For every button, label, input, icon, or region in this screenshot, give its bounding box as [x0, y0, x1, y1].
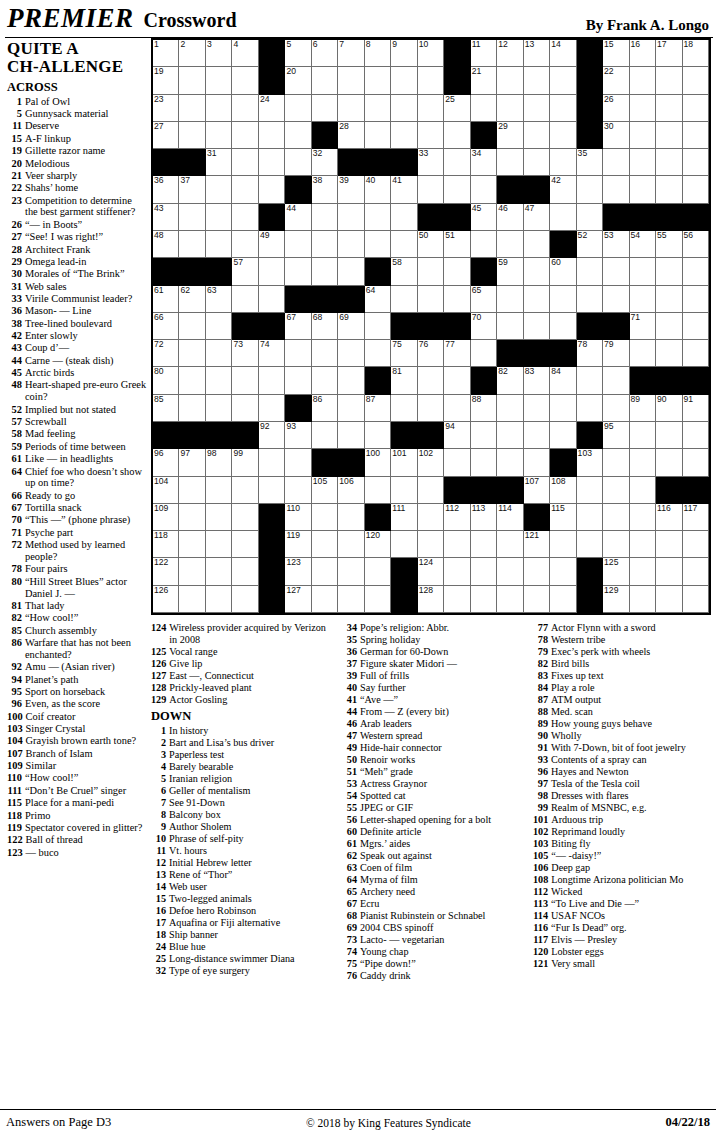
cell-r17c7[interactable]: 105	[312, 477, 338, 504]
cell-r14c10[interactable]	[391, 395, 417, 422]
cell-r5c17[interactable]: 35	[577, 149, 603, 176]
cell-r3c15[interactable]	[524, 95, 550, 122]
cell-r2c14[interactable]	[497, 67, 523, 94]
cell-r11c3[interactable]	[206, 313, 232, 340]
cell-r21c15[interactable]	[524, 586, 550, 613]
cell-r5c20[interactable]	[656, 149, 682, 176]
cell-r15c16[interactable]	[550, 422, 576, 449]
cell-r5c11[interactable]: 33	[418, 149, 444, 176]
cell-r11c6[interactable]: 67	[285, 313, 311, 340]
cell-r7c4[interactable]	[232, 204, 258, 231]
cell-r4c12[interactable]	[444, 122, 470, 149]
cell-r13c17[interactable]	[577, 367, 603, 394]
cell-r10c2[interactable]: 62	[179, 286, 205, 313]
cell-r5c5[interactable]	[259, 149, 285, 176]
cell-r6c21[interactable]	[683, 176, 709, 203]
cell-r18c6[interactable]: 110	[285, 504, 311, 531]
cell-r20c2[interactable]	[179, 558, 205, 585]
cell-r15c8[interactable]	[338, 422, 364, 449]
cell-r3c20[interactable]	[656, 95, 682, 122]
cell-r12c4[interactable]: 73	[232, 340, 258, 367]
cell-r21c18[interactable]: 129	[603, 586, 629, 613]
cell-r13c18[interactable]	[603, 367, 629, 394]
cell-r3c2[interactable]	[179, 95, 205, 122]
cell-r1c21[interactable]: 18	[683, 40, 709, 67]
cell-r18c18[interactable]	[603, 504, 629, 531]
cell-r21c13[interactable]	[471, 586, 497, 613]
cell-r9c21[interactable]	[683, 258, 709, 285]
cell-r3c1[interactable]: 23	[153, 95, 179, 122]
cell-r5c14[interactable]	[497, 149, 523, 176]
cell-r4c1[interactable]: 27	[153, 122, 179, 149]
cell-r15c18[interactable]: 95	[603, 422, 629, 449]
cell-r4c8[interactable]: 28	[338, 122, 364, 149]
cell-r19c20[interactable]	[656, 531, 682, 558]
cell-r7c17[interactable]	[577, 204, 603, 231]
cell-r11c21[interactable]	[683, 313, 709, 340]
cell-r18c12[interactable]: 112	[444, 504, 470, 531]
cell-r14c3[interactable]	[206, 395, 232, 422]
cell-r16c15[interactable]	[524, 449, 550, 476]
cell-r10c17[interactable]	[577, 286, 603, 313]
cell-r16c10[interactable]: 101	[391, 449, 417, 476]
cell-r13c1[interactable]: 80	[153, 367, 179, 394]
cell-r3c14[interactable]	[497, 95, 523, 122]
cell-r11c15[interactable]	[524, 313, 550, 340]
cell-r8c13[interactable]	[471, 231, 497, 258]
cell-r21c12[interactable]	[444, 586, 470, 613]
cell-r20c21[interactable]	[683, 558, 709, 585]
cell-r18c19[interactable]	[630, 504, 656, 531]
cell-r1c18[interactable]: 15	[603, 40, 629, 67]
cell-r9c17[interactable]	[577, 258, 603, 285]
cell-r6c10[interactable]: 41	[391, 176, 417, 203]
cell-r6c17[interactable]	[577, 176, 603, 203]
cell-r19c4[interactable]	[232, 531, 258, 558]
cell-r17c11[interactable]	[418, 477, 444, 504]
cell-r2c15[interactable]	[524, 67, 550, 94]
cell-r19c13[interactable]	[471, 531, 497, 558]
cell-r15c5[interactable]: 92	[259, 422, 285, 449]
cell-r4c18[interactable]: 30	[603, 122, 629, 149]
cell-r12c1[interactable]: 72	[153, 340, 179, 367]
cell-r15c21[interactable]	[683, 422, 709, 449]
cell-r21c21[interactable]	[683, 586, 709, 613]
cell-r14c12[interactable]	[444, 395, 470, 422]
cell-r1c19[interactable]: 16	[630, 40, 656, 67]
cell-r8c6[interactable]	[285, 231, 311, 258]
cell-r16c18[interactable]	[603, 449, 629, 476]
cell-r2c19[interactable]	[630, 67, 656, 94]
cell-r21c11[interactable]: 128	[418, 586, 444, 613]
cell-r14c20[interactable]: 90	[656, 395, 682, 422]
cell-r10c1[interactable]: 61	[153, 286, 179, 313]
cell-r4c16[interactable]	[550, 122, 576, 149]
cell-r20c8[interactable]	[338, 558, 364, 585]
cell-r9c16[interactable]: 60	[550, 258, 576, 285]
cell-r7c14[interactable]: 46	[497, 204, 523, 231]
cell-r15c20[interactable]	[656, 422, 682, 449]
cell-r3c5[interactable]: 24	[259, 95, 285, 122]
cell-r1c2[interactable]: 2	[179, 40, 205, 67]
cell-r19c16[interactable]	[550, 531, 576, 558]
cell-r10c5[interactable]	[259, 286, 285, 313]
cell-r19c3[interactable]	[206, 531, 232, 558]
cell-r7c1[interactable]: 43	[153, 204, 179, 231]
cell-r12c10[interactable]: 75	[391, 340, 417, 367]
cell-r8c18[interactable]: 53	[603, 231, 629, 258]
cell-r18c21[interactable]: 117	[683, 504, 709, 531]
cell-r8c8[interactable]	[338, 231, 364, 258]
cell-r6c11[interactable]	[418, 176, 444, 203]
cell-r10c3[interactable]: 63	[206, 286, 232, 313]
cell-r3c16[interactable]	[550, 95, 576, 122]
cell-r18c7[interactable]	[312, 504, 338, 531]
cell-r19c11[interactable]	[418, 531, 444, 558]
cell-r10c16[interactable]	[550, 286, 576, 313]
cell-r8c4[interactable]	[232, 231, 258, 258]
cell-r17c17[interactable]	[577, 477, 603, 504]
cell-r16c13[interactable]	[471, 449, 497, 476]
cell-r20c15[interactable]	[524, 558, 550, 585]
cell-r8c11[interactable]: 50	[418, 231, 444, 258]
cell-r20c9[interactable]	[365, 558, 391, 585]
cell-r21c9[interactable]	[365, 586, 391, 613]
cell-r7c15[interactable]: 47	[524, 204, 550, 231]
cell-r9c11[interactable]	[418, 258, 444, 285]
cell-r16c12[interactable]	[444, 449, 470, 476]
cell-r18c16[interactable]: 115	[550, 504, 576, 531]
cell-r16c20[interactable]	[656, 449, 682, 476]
cell-r17c16[interactable]: 108	[550, 477, 576, 504]
cell-r19c9[interactable]: 120	[365, 531, 391, 558]
cell-r7c8[interactable]	[338, 204, 364, 231]
crossword-grid[interactable]: 1234567891011121314151617181920212223242…	[151, 38, 711, 615]
cell-r10c4[interactable]	[232, 286, 258, 313]
cell-r3c11[interactable]	[418, 95, 444, 122]
cell-r12c5[interactable]: 74	[259, 340, 285, 367]
cell-r9c10[interactable]: 58	[391, 258, 417, 285]
cell-r16c2[interactable]: 97	[179, 449, 205, 476]
cell-r16c5[interactable]	[259, 449, 285, 476]
cell-r19c7[interactable]	[312, 531, 338, 558]
cell-r18c20[interactable]: 116	[656, 504, 682, 531]
cell-r14c15[interactable]	[524, 395, 550, 422]
cell-r12c19[interactable]	[630, 340, 656, 367]
cell-r11c8[interactable]: 69	[338, 313, 364, 340]
cell-r12c17[interactable]: 78	[577, 340, 603, 367]
cell-r12c13[interactable]	[471, 340, 497, 367]
cell-r1c8[interactable]: 7	[338, 40, 364, 67]
cell-r5c18[interactable]	[603, 149, 629, 176]
cell-r19c12[interactable]	[444, 531, 470, 558]
cell-r11c16[interactable]	[550, 313, 576, 340]
cell-r15c15[interactable]	[524, 422, 550, 449]
cell-r20c12[interactable]	[444, 558, 470, 585]
cell-r9c14[interactable]: 59	[497, 258, 523, 285]
cell-r3c9[interactable]	[365, 95, 391, 122]
cell-r7c2[interactable]	[179, 204, 205, 231]
cell-r6c18[interactable]	[603, 176, 629, 203]
cell-r13c11[interactable]	[418, 367, 444, 394]
cell-r10c18[interactable]	[603, 286, 629, 313]
cell-r8c7[interactable]	[312, 231, 338, 258]
cell-r12c12[interactable]: 77	[444, 340, 470, 367]
cell-r13c12[interactable]	[444, 367, 470, 394]
cell-r16c11[interactable]: 102	[418, 449, 444, 476]
cell-r5c19[interactable]	[630, 149, 656, 176]
cell-r19c19[interactable]	[630, 531, 656, 558]
cell-r19c18[interactable]	[603, 531, 629, 558]
cell-r12c20[interactable]	[656, 340, 682, 367]
cell-r13c2[interactable]	[179, 367, 205, 394]
cell-r21c20[interactable]	[656, 586, 682, 613]
cell-r17c19[interactable]	[630, 477, 656, 504]
cell-r15c6[interactable]: 93	[285, 422, 311, 449]
cell-r9c5[interactable]	[259, 258, 285, 285]
cell-r1c11[interactable]: 10	[418, 40, 444, 67]
cell-r21c3[interactable]	[206, 586, 232, 613]
cell-r14c5[interactable]	[259, 395, 285, 422]
cell-r1c10[interactable]: 9	[391, 40, 417, 67]
cell-r16c9[interactable]: 100	[365, 449, 391, 476]
cell-r19c17[interactable]	[577, 531, 603, 558]
cell-r5c3[interactable]: 31	[206, 149, 232, 176]
cell-r8c21[interactable]: 56	[683, 231, 709, 258]
cell-r11c9[interactable]	[365, 313, 391, 340]
cell-r16c14[interactable]	[497, 449, 523, 476]
cell-r2c8[interactable]	[338, 67, 364, 94]
cell-r6c1[interactable]: 36	[153, 176, 179, 203]
cell-r21c16[interactable]	[550, 586, 576, 613]
cell-r10c10[interactable]	[391, 286, 417, 313]
cell-r3c12[interactable]: 25	[444, 95, 470, 122]
cell-r20c13[interactable]	[471, 558, 497, 585]
cell-r8c20[interactable]: 55	[656, 231, 682, 258]
cell-r20c6[interactable]: 123	[285, 558, 311, 585]
cell-r4c4[interactable]	[232, 122, 258, 149]
cell-r17c4[interactable]	[232, 477, 258, 504]
cell-r2c6[interactable]: 20	[285, 67, 311, 94]
cell-r21c14[interactable]	[497, 586, 523, 613]
cell-r5c15[interactable]	[524, 149, 550, 176]
cell-r3c18[interactable]: 26	[603, 95, 629, 122]
cell-r17c5[interactable]	[259, 477, 285, 504]
cell-r13c4[interactable]	[232, 367, 258, 394]
cell-r6c4[interactable]	[232, 176, 258, 203]
cell-r9c20[interactable]	[656, 258, 682, 285]
cell-r2c3[interactable]	[206, 67, 232, 94]
cell-r3c7[interactable]	[312, 95, 338, 122]
cell-r2c11[interactable]	[418, 67, 444, 94]
cell-r7c9[interactable]	[365, 204, 391, 231]
cell-r6c19[interactable]	[630, 176, 656, 203]
cell-r17c3[interactable]	[206, 477, 232, 504]
cell-r12c6[interactable]	[285, 340, 311, 367]
cell-r1c4[interactable]: 4	[232, 40, 258, 67]
cell-r1c20[interactable]: 17	[656, 40, 682, 67]
cell-r9c4[interactable]: 57	[232, 258, 258, 285]
cell-r21c4[interactable]	[232, 586, 258, 613]
cell-r1c3[interactable]: 3	[206, 40, 232, 67]
cell-r21c19[interactable]	[630, 586, 656, 613]
cell-r4c3[interactable]	[206, 122, 232, 149]
cell-r8c15[interactable]	[524, 231, 550, 258]
cell-r16c19[interactable]	[630, 449, 656, 476]
cell-r20c19[interactable]	[630, 558, 656, 585]
cell-r3c8[interactable]	[338, 95, 364, 122]
cell-r13c14[interactable]: 82	[497, 367, 523, 394]
cell-r5c16[interactable]	[550, 149, 576, 176]
cell-r4c14[interactable]: 29	[497, 122, 523, 149]
cell-r16c3[interactable]: 98	[206, 449, 232, 476]
cell-r17c8[interactable]: 106	[338, 477, 364, 504]
cell-r8c10[interactable]	[391, 231, 417, 258]
cell-r6c5[interactable]	[259, 176, 285, 203]
cell-r1c6[interactable]: 5	[285, 40, 311, 67]
cell-r18c8[interactable]	[338, 504, 364, 531]
cell-r18c3[interactable]	[206, 504, 232, 531]
cell-r10c15[interactable]	[524, 286, 550, 313]
cell-r19c6[interactable]: 119	[285, 531, 311, 558]
cell-r6c16[interactable]: 42	[550, 176, 576, 203]
cell-r19c1[interactable]: 118	[153, 531, 179, 558]
cell-r3c13[interactable]	[471, 95, 497, 122]
cell-r20c14[interactable]	[497, 558, 523, 585]
cell-r14c19[interactable]: 89	[630, 395, 656, 422]
cell-r15c12[interactable]: 94	[444, 422, 470, 449]
cell-r10c14[interactable]	[497, 286, 523, 313]
cell-r20c4[interactable]	[232, 558, 258, 585]
cell-r14c21[interactable]: 91	[683, 395, 709, 422]
cell-r13c7[interactable]	[312, 367, 338, 394]
cell-r4c11[interactable]	[418, 122, 444, 149]
cell-r8c2[interactable]	[179, 231, 205, 258]
cell-r21c1[interactable]: 126	[153, 586, 179, 613]
cell-r4c21[interactable]	[683, 122, 709, 149]
cell-r14c18[interactable]	[603, 395, 629, 422]
cell-r18c2[interactable]	[179, 504, 205, 531]
cell-r2c9[interactable]	[365, 67, 391, 94]
cell-r7c7[interactable]	[312, 204, 338, 231]
cell-r4c20[interactable]	[656, 122, 682, 149]
cell-r7c16[interactable]	[550, 204, 576, 231]
cell-r19c10[interactable]	[391, 531, 417, 558]
cell-r5c7[interactable]: 32	[312, 149, 338, 176]
cell-r17c2[interactable]	[179, 477, 205, 504]
cell-r1c13[interactable]: 11	[471, 40, 497, 67]
cell-r17c10[interactable]	[391, 477, 417, 504]
cell-r16c1[interactable]: 96	[153, 449, 179, 476]
cell-r5c4[interactable]	[232, 149, 258, 176]
cell-r6c3[interactable]	[206, 176, 232, 203]
cell-r9c6[interactable]	[285, 258, 311, 285]
cell-r17c9[interactable]	[365, 477, 391, 504]
cell-r11c13[interactable]: 70	[471, 313, 497, 340]
cell-r2c13[interactable]: 21	[471, 67, 497, 94]
cell-r6c7[interactable]: 38	[312, 176, 338, 203]
cell-r4c6[interactable]	[285, 122, 311, 149]
cell-r6c2[interactable]: 37	[179, 176, 205, 203]
cell-r9c15[interactable]	[524, 258, 550, 285]
cell-r11c14[interactable]	[497, 313, 523, 340]
cell-r2c1[interactable]: 19	[153, 67, 179, 94]
cell-r4c9[interactable]	[365, 122, 391, 149]
cell-r12c2[interactable]	[179, 340, 205, 367]
cell-r5c6[interactable]	[285, 149, 311, 176]
cell-r20c18[interactable]: 125	[603, 558, 629, 585]
cell-r20c3[interactable]	[206, 558, 232, 585]
cell-r16c6[interactable]	[285, 449, 311, 476]
cell-r10c20[interactable]	[656, 286, 682, 313]
cell-r13c5[interactable]	[259, 367, 285, 394]
cell-r15c7[interactable]	[312, 422, 338, 449]
cell-r12c7[interactable]	[312, 340, 338, 367]
cell-r10c13[interactable]: 65	[471, 286, 497, 313]
cell-r6c8[interactable]: 39	[338, 176, 364, 203]
cell-r3c21[interactable]	[683, 95, 709, 122]
cell-r4c2[interactable]	[179, 122, 205, 149]
cell-r8c3[interactable]	[206, 231, 232, 258]
cell-r4c15[interactable]	[524, 122, 550, 149]
cell-r10c12[interactable]	[444, 286, 470, 313]
cell-r16c17[interactable]: 103	[577, 449, 603, 476]
cell-r6c12[interactable]	[444, 176, 470, 203]
cell-r14c2[interactable]	[179, 395, 205, 422]
cell-r21c2[interactable]	[179, 586, 205, 613]
cell-r16c21[interactable]	[683, 449, 709, 476]
cell-r13c16[interactable]: 84	[550, 367, 576, 394]
cell-r3c19[interactable]	[630, 95, 656, 122]
cell-r10c9[interactable]: 64	[365, 286, 391, 313]
cell-r1c9[interactable]: 8	[365, 40, 391, 67]
cell-r2c4[interactable]	[232, 67, 258, 94]
cell-r20c7[interactable]	[312, 558, 338, 585]
cell-r11c19[interactable]: 71	[630, 313, 656, 340]
cell-r11c1[interactable]: 66	[153, 313, 179, 340]
cell-r5c12[interactable]	[444, 149, 470, 176]
cell-r3c4[interactable]	[232, 95, 258, 122]
cell-r14c9[interactable]: 87	[365, 395, 391, 422]
cell-r17c15[interactable]: 107	[524, 477, 550, 504]
cell-r9c8[interactable]	[338, 258, 364, 285]
cell-r4c10[interactable]	[391, 122, 417, 149]
cell-r2c16[interactable]	[550, 67, 576, 94]
cell-r8c17[interactable]: 52	[577, 231, 603, 258]
cell-r8c9[interactable]	[365, 231, 391, 258]
cell-r19c8[interactable]	[338, 531, 364, 558]
cell-r14c8[interactable]	[338, 395, 364, 422]
cell-r6c13[interactable]	[471, 176, 497, 203]
cell-r14c11[interactable]	[418, 395, 444, 422]
cell-r13c15[interactable]: 83	[524, 367, 550, 394]
cell-r4c19[interactable]	[630, 122, 656, 149]
cell-r10c19[interactable]	[630, 286, 656, 313]
cell-r8c19[interactable]: 54	[630, 231, 656, 258]
cell-r1c1[interactable]: 1	[153, 40, 179, 67]
cell-r19c14[interactable]	[497, 531, 523, 558]
cell-r18c11[interactable]	[418, 504, 444, 531]
cell-r17c1[interactable]: 104	[153, 477, 179, 504]
cell-r2c21[interactable]	[683, 67, 709, 94]
cell-r14c4[interactable]	[232, 395, 258, 422]
cell-r5c21[interactable]	[683, 149, 709, 176]
cell-r12c21[interactable]	[683, 340, 709, 367]
cell-r13c10[interactable]: 81	[391, 367, 417, 394]
cell-r9c18[interactable]	[603, 258, 629, 285]
cell-r7c10[interactable]	[391, 204, 417, 231]
cell-r21c6[interactable]: 127	[285, 586, 311, 613]
